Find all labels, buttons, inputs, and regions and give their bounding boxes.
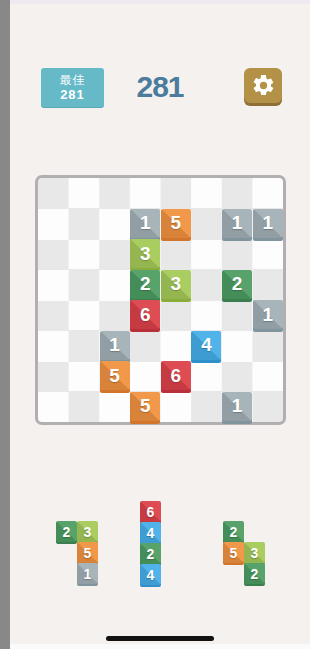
tile-4: 4 xyxy=(140,564,161,585)
tile-3: 3 xyxy=(130,239,160,268)
tile-2: 2 xyxy=(140,543,161,564)
tile-4: 4 xyxy=(140,522,161,543)
tile-1: 1 xyxy=(253,209,283,238)
game-screen: 最佳 281 281 1511323261145651 2351 6424 25… xyxy=(10,0,310,649)
tile-2: 2 xyxy=(56,521,77,542)
status-bar xyxy=(10,0,310,4)
tile-6: 6 xyxy=(130,300,160,329)
tile-5: 5 xyxy=(161,209,191,238)
tile-2: 2 xyxy=(130,270,160,299)
tile-1: 1 xyxy=(130,209,160,238)
tile-3: 3 xyxy=(161,270,191,299)
tile-2: 2 xyxy=(223,521,244,542)
tile-5: 5 xyxy=(77,542,98,563)
tile-2: 2 xyxy=(222,270,252,299)
tile-2: 2 xyxy=(244,563,265,584)
tile-5: 5 xyxy=(100,361,130,390)
tray-piece-right[interactable]: 2532 xyxy=(223,521,265,584)
tile-6: 6 xyxy=(161,361,191,390)
tile-3: 3 xyxy=(244,542,265,563)
tile-5: 5 xyxy=(223,542,244,563)
game-board[interactable]: 1511323261145651 xyxy=(35,175,286,425)
tray-piece-middle[interactable]: 6424 xyxy=(140,501,161,585)
settings-button[interactable] xyxy=(244,68,282,103)
tile-1: 1 xyxy=(222,392,252,421)
gear-icon xyxy=(251,73,276,98)
tile-4: 4 xyxy=(191,331,221,360)
tile-6: 6 xyxy=(140,501,161,522)
tile-1: 1 xyxy=(77,563,98,584)
tile-1: 1 xyxy=(253,300,283,329)
tile-1: 1 xyxy=(100,331,130,360)
tile-3: 3 xyxy=(77,521,98,542)
tile-5: 5 xyxy=(130,392,160,421)
bottom-edge xyxy=(10,644,310,649)
tile-1: 1 xyxy=(222,209,252,238)
tray-piece-left[interactable]: 2351 xyxy=(56,521,98,584)
home-indicator[interactable] xyxy=(106,636,214,641)
